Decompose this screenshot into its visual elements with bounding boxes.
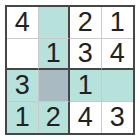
cell-r4c4[interactable]: 3 — [102, 102, 134, 134]
cell-r3c3[interactable]: 1 — [70, 70, 102, 102]
sudoku-board: 421134311243 — [5, 5, 135, 135]
cell-r1c3[interactable]: 2 — [70, 7, 102, 39]
cell-r4c1[interactable]: 1 — [7, 102, 39, 134]
cell-r2c4[interactable]: 4 — [102, 39, 134, 71]
cell-r4c3[interactable]: 4 — [70, 102, 102, 134]
cell-r2c3[interactable]: 3 — [70, 39, 102, 71]
cell-r2c2[interactable]: 1 — [39, 39, 71, 71]
cell-r2c1[interactable] — [7, 39, 39, 71]
cell-r1c2[interactable] — [39, 7, 71, 39]
cell-r3c2[interactable] — [39, 70, 71, 102]
cell-r1c1[interactable]: 4 — [7, 7, 39, 39]
cell-r4c2[interactable]: 2 — [39, 102, 71, 134]
cell-r1c4[interactable]: 1 — [102, 7, 134, 39]
cell-r3c4[interactable] — [102, 70, 134, 102]
cell-r3c1[interactable]: 3 — [7, 70, 39, 102]
